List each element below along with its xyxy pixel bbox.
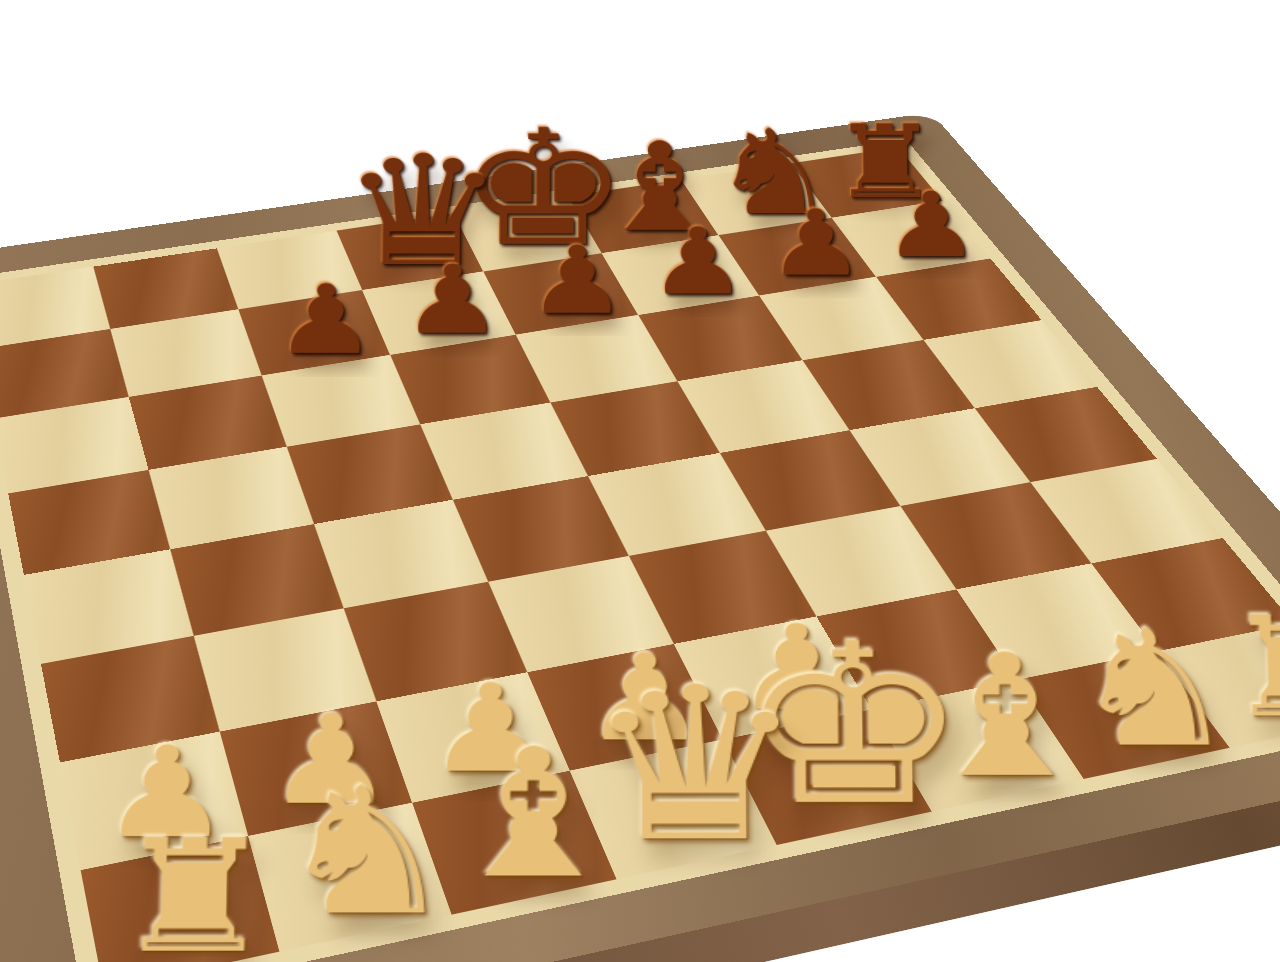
square-a7: [0, 329, 129, 418]
piece-white-knight: ♞: [274, 773, 459, 931]
piece-black-pawn: ♟: [274, 277, 378, 363]
square-d7: ♟: [362, 272, 516, 355]
piece-black-pawn: ♟: [767, 203, 866, 285]
piece-black-pawn: ♟: [526, 239, 626, 323]
board-border-strip: ♛♚♝♞♜♟♟♟♟♟♟♟♟♟♟♟♜♞♝♛♚♝♞♜: [0, 139, 1280, 962]
square-b4: [171, 524, 344, 636]
board-frame: ♛♚♝♞♜♟♟♟♟♟♟♟♟♟♟♟♜♞♝♛♚♝♞♜: [0, 112, 1280, 962]
piece-black-pawn: ♟: [402, 258, 504, 343]
square-a6: [0, 397, 149, 494]
chess-set-3d-scene: ♛♚♝♞♜♟♟♟♟♟♟♟♟♟♟♟♜♞♝♛♚♝♞♜: [0, 112, 1280, 962]
square-b5: [149, 447, 313, 550]
piece-black-pawn: ♟: [883, 185, 981, 266]
chess-board: ♛♚♝♞♜♟♟♟♟♟♟♟♟♟♟♟♜♞♝♛♚♝♞♜: [0, 147, 1280, 962]
photo-background: ♛♚♝♞♜♟♟♟♟♟♟♟♟♟♟♟♜♞♝♛♚♝♞♜: [0, 0, 1280, 962]
square-b1: ♞: [249, 803, 451, 952]
square-h4: [974, 387, 1157, 483]
piece-black-pawn: ♟: [648, 221, 747, 304]
piece-white-bishop: ♝: [440, 735, 626, 895]
piece-white-rook: ♜: [111, 827, 276, 962]
